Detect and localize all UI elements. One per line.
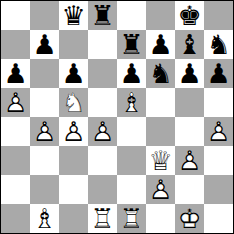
square-a1[interactable] bbox=[1, 204, 30, 233]
square-d4[interactable]: ♟♙ bbox=[88, 117, 117, 146]
white-bishop-icon: ♗ bbox=[117, 88, 146, 117]
square-h7[interactable]: ♞ bbox=[204, 30, 233, 59]
square-h5[interactable] bbox=[204, 88, 233, 117]
white-bishop-icon: ♗ bbox=[30, 204, 59, 233]
square-f6[interactable]: ♞ bbox=[146, 59, 175, 88]
square-h1[interactable] bbox=[204, 204, 233, 233]
square-b3[interactable] bbox=[30, 146, 59, 175]
square-b2[interactable] bbox=[30, 175, 59, 204]
square-a7[interactable] bbox=[1, 30, 30, 59]
white-rook-icon: ♖ bbox=[117, 204, 146, 233]
white-rook-icon: ♜ bbox=[88, 204, 117, 233]
black-pawn-icon: ♟ bbox=[117, 59, 146, 88]
square-d1[interactable]: ♜♖ bbox=[88, 204, 117, 233]
square-f3[interactable]: ♛♕ bbox=[146, 146, 175, 175]
square-d7[interactable] bbox=[88, 30, 117, 59]
square-g8[interactable]: ♚ bbox=[175, 1, 204, 30]
white-pawn-icon: ♙ bbox=[59, 117, 88, 146]
square-e1[interactable]: ♜♖ bbox=[117, 204, 146, 233]
square-e8[interactable] bbox=[117, 1, 146, 30]
square-h2[interactable] bbox=[204, 175, 233, 204]
black-queen-icon: ♛ bbox=[59, 1, 88, 30]
square-h3[interactable] bbox=[204, 146, 233, 175]
chess-board: ♛♜♚♟♜♟♝♞♟♟♟♞♟♟♟♙♞♘♝♗♟♙♟♙♟♙♟♙♛♕♟♙♟♙♝♗♜♖♜♖… bbox=[0, 0, 234, 234]
black-pawn-icon: ♟ bbox=[204, 59, 233, 88]
white-bishop-icon: ♝ bbox=[30, 204, 59, 233]
white-queen-icon: ♛ bbox=[146, 146, 175, 175]
square-c5[interactable]: ♞♘ bbox=[59, 88, 88, 117]
square-a8[interactable] bbox=[1, 1, 30, 30]
square-g2[interactable] bbox=[175, 175, 204, 204]
square-f2[interactable]: ♟♙ bbox=[146, 175, 175, 204]
black-rook-icon: ♜ bbox=[88, 1, 117, 30]
square-g6[interactable]: ♟ bbox=[175, 59, 204, 88]
square-g4[interactable] bbox=[175, 117, 204, 146]
square-f8[interactable] bbox=[146, 1, 175, 30]
white-king-icon: ♚ bbox=[175, 204, 204, 233]
square-c6[interactable]: ♟ bbox=[59, 59, 88, 88]
white-bishop-icon: ♝ bbox=[117, 88, 146, 117]
white-pawn-icon: ♙ bbox=[1, 88, 30, 117]
square-b6[interactable] bbox=[30, 59, 59, 88]
square-e7[interactable]: ♜ bbox=[117, 30, 146, 59]
square-a3[interactable] bbox=[1, 146, 30, 175]
white-pawn-icon: ♟ bbox=[204, 117, 233, 146]
black-king-icon: ♚ bbox=[175, 1, 204, 30]
white-knight-icon: ♞ bbox=[59, 88, 88, 117]
white-pawn-icon: ♟ bbox=[1, 88, 30, 117]
square-f7[interactable]: ♟ bbox=[146, 30, 175, 59]
square-c7[interactable] bbox=[59, 30, 88, 59]
white-pawn-icon: ♟ bbox=[30, 117, 59, 146]
white-king-icon: ♔ bbox=[175, 204, 204, 233]
white-pawn-icon: ♙ bbox=[175, 146, 204, 175]
square-c4[interactable]: ♟♙ bbox=[59, 117, 88, 146]
white-pawn-icon: ♙ bbox=[30, 117, 59, 146]
square-h6[interactable]: ♟ bbox=[204, 59, 233, 88]
square-c1[interactable] bbox=[59, 204, 88, 233]
square-e5[interactable]: ♝♗ bbox=[117, 88, 146, 117]
white-pawn-icon: ♟ bbox=[88, 117, 117, 146]
square-a5[interactable]: ♟♙ bbox=[1, 88, 30, 117]
white-pawn-icon: ♙ bbox=[146, 175, 175, 204]
black-pawn-icon: ♟ bbox=[59, 59, 88, 88]
square-c2[interactable] bbox=[59, 175, 88, 204]
white-pawn-icon: ♟ bbox=[146, 175, 175, 204]
square-h8[interactable] bbox=[204, 1, 233, 30]
white-rook-icon: ♜ bbox=[117, 204, 146, 233]
white-pawn-icon: ♟ bbox=[175, 146, 204, 175]
square-d5[interactable] bbox=[88, 88, 117, 117]
square-b8[interactable] bbox=[30, 1, 59, 30]
black-pawn-icon: ♟ bbox=[175, 59, 204, 88]
square-b5[interactable] bbox=[30, 88, 59, 117]
square-f1[interactable] bbox=[146, 204, 175, 233]
square-g3[interactable]: ♟♙ bbox=[175, 146, 204, 175]
black-knight-icon: ♞ bbox=[146, 59, 175, 88]
square-e4[interactable] bbox=[117, 117, 146, 146]
square-d6[interactable] bbox=[88, 59, 117, 88]
square-a4[interactable] bbox=[1, 117, 30, 146]
square-b7[interactable]: ♟ bbox=[30, 30, 59, 59]
square-h4[interactable]: ♟♙ bbox=[204, 117, 233, 146]
white-pawn-icon: ♙ bbox=[204, 117, 233, 146]
square-g5[interactable] bbox=[175, 88, 204, 117]
white-knight-icon: ♘ bbox=[59, 88, 88, 117]
black-pawn-icon: ♟ bbox=[146, 30, 175, 59]
square-c8[interactable]: ♛ bbox=[59, 1, 88, 30]
black-pawn-icon: ♟ bbox=[30, 30, 59, 59]
square-g7[interactable]: ♝ bbox=[175, 30, 204, 59]
square-a2[interactable] bbox=[1, 175, 30, 204]
black-pawn-icon: ♟ bbox=[1, 59, 30, 88]
black-knight-icon: ♞ bbox=[204, 30, 233, 59]
square-g1[interactable]: ♚♔ bbox=[175, 204, 204, 233]
square-e2[interactable] bbox=[117, 175, 146, 204]
white-queen-icon: ♕ bbox=[146, 146, 175, 175]
black-rook-icon: ♜ bbox=[117, 30, 146, 59]
white-rook-icon: ♖ bbox=[88, 204, 117, 233]
square-b4[interactable]: ♟♙ bbox=[30, 117, 59, 146]
square-d8[interactable]: ♜ bbox=[88, 1, 117, 30]
white-pawn-icon: ♙ bbox=[88, 117, 117, 146]
black-bishop-icon: ♝ bbox=[175, 30, 204, 59]
square-f5[interactable] bbox=[146, 88, 175, 117]
square-e3[interactable] bbox=[117, 146, 146, 175]
square-a6[interactable]: ♟ bbox=[1, 59, 30, 88]
square-e6[interactable]: ♟ bbox=[117, 59, 146, 88]
square-b1[interactable]: ♝♗ bbox=[30, 204, 59, 233]
square-f4[interactable] bbox=[146, 117, 175, 146]
square-d2[interactable] bbox=[88, 175, 117, 204]
white-pawn-icon: ♟ bbox=[59, 117, 88, 146]
square-c3[interactable] bbox=[59, 146, 88, 175]
square-d3[interactable] bbox=[88, 146, 117, 175]
